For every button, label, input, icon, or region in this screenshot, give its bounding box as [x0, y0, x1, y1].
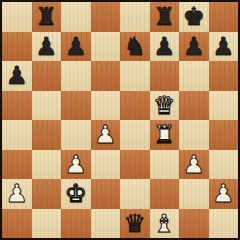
square-a5[interactable] [2, 91, 32, 121]
square-c5[interactable] [61, 91, 91, 121]
square-d3[interactable] [91, 150, 121, 180]
square-g4[interactable] [179, 120, 209, 150]
square-b8[interactable]: ♜ [32, 2, 62, 32]
piece-white-queen-f5[interactable]: ♛ [153, 91, 175, 120]
piece-black-knight-e7[interactable]: ♞ [124, 32, 146, 61]
square-e4[interactable] [120, 120, 150, 150]
square-f4[interactable]: ♜ [150, 120, 180, 150]
square-a6[interactable]: ♟ [2, 61, 32, 91]
piece-black-pawn-a6[interactable]: ♟ [6, 61, 28, 90]
square-c2[interactable]: ♚ [61, 179, 91, 209]
piece-black-pawn-f7[interactable]: ♟ [153, 32, 175, 61]
square-d4[interactable]: ♟ [91, 120, 121, 150]
square-f3[interactable] [150, 150, 180, 180]
square-e5[interactable] [120, 91, 150, 121]
square-g2[interactable] [179, 179, 209, 209]
board-frame: ♜♜♚♟♟♞♟♟♟♟♛♟♜♟♟♟♚♟♛♝ [0, 0, 240, 240]
square-h4[interactable] [209, 120, 239, 150]
square-h5[interactable] [209, 91, 239, 121]
square-d8[interactable] [91, 2, 121, 32]
square-g7[interactable]: ♟ [179, 32, 209, 62]
square-d2[interactable] [91, 179, 121, 209]
square-h1[interactable] [209, 209, 239, 239]
square-e2[interactable] [120, 179, 150, 209]
square-d7[interactable] [91, 32, 121, 62]
piece-black-queen-e1[interactable]: ♛ [124, 209, 146, 238]
square-f8[interactable]: ♜ [150, 2, 180, 32]
piece-white-pawn-g3[interactable]: ♟ [183, 150, 205, 179]
square-a8[interactable] [2, 2, 32, 32]
piece-white-bishop-f1[interactable]: ♝ [153, 209, 175, 238]
square-a2[interactable]: ♟ [2, 179, 32, 209]
piece-black-pawn-g7[interactable]: ♟ [183, 32, 205, 61]
chess-board: ♜♜♚♟♟♞♟♟♟♟♛♟♜♟♟♟♚♟♛♝ [2, 2, 238, 238]
square-c4[interactable] [61, 120, 91, 150]
piece-black-king-g8[interactable]: ♚ [183, 2, 205, 31]
piece-black-pawn-b7[interactable]: ♟ [35, 32, 57, 61]
square-g1[interactable] [179, 209, 209, 239]
square-f1[interactable]: ♝ [150, 209, 180, 239]
square-e7[interactable]: ♞ [120, 32, 150, 62]
square-g3[interactable]: ♟ [179, 150, 209, 180]
piece-black-rook-f8[interactable]: ♜ [153, 2, 175, 31]
square-h8[interactable] [209, 2, 239, 32]
square-f6[interactable] [150, 61, 180, 91]
square-b6[interactable] [32, 61, 62, 91]
square-f5[interactable]: ♛ [150, 91, 180, 121]
square-e1[interactable]: ♛ [120, 209, 150, 239]
piece-white-pawn-d4[interactable]: ♟ [94, 120, 116, 149]
square-g6[interactable] [179, 61, 209, 91]
square-d6[interactable] [91, 61, 121, 91]
square-c7[interactable]: ♟ [61, 32, 91, 62]
square-h2[interactable]: ♟ [209, 179, 239, 209]
square-e6[interactable] [120, 61, 150, 91]
square-e3[interactable] [120, 150, 150, 180]
square-b2[interactable] [32, 179, 62, 209]
piece-black-pawn-h7[interactable]: ♟ [212, 32, 234, 61]
square-a7[interactable] [2, 32, 32, 62]
square-g5[interactable] [179, 91, 209, 121]
square-f2[interactable] [150, 179, 180, 209]
square-a4[interactable] [2, 120, 32, 150]
square-h6[interactable] [209, 61, 239, 91]
square-b4[interactable] [32, 120, 62, 150]
square-a1[interactable] [2, 209, 32, 239]
piece-white-pawn-h2[interactable]: ♟ [212, 179, 234, 208]
square-c3[interactable]: ♟ [61, 150, 91, 180]
piece-black-pawn-c7[interactable]: ♟ [65, 32, 87, 61]
square-c1[interactable] [61, 209, 91, 239]
square-b3[interactable] [32, 150, 62, 180]
piece-white-pawn-a2[interactable]: ♟ [6, 179, 28, 208]
square-h7[interactable]: ♟ [209, 32, 239, 62]
square-e8[interactable] [120, 2, 150, 32]
piece-white-king-c2[interactable]: ♚ [65, 179, 87, 208]
square-b1[interactable] [32, 209, 62, 239]
square-a3[interactable] [2, 150, 32, 180]
piece-white-pawn-c3[interactable]: ♟ [65, 150, 87, 179]
square-b5[interactable] [32, 91, 62, 121]
piece-black-rook-b8[interactable]: ♜ [35, 2, 57, 31]
piece-white-rook-f4[interactable]: ♜ [153, 120, 175, 149]
square-f7[interactable]: ♟ [150, 32, 180, 62]
square-d1[interactable] [91, 209, 121, 239]
square-b7[interactable]: ♟ [32, 32, 62, 62]
square-c6[interactable] [61, 61, 91, 91]
square-g8[interactable]: ♚ [179, 2, 209, 32]
square-d5[interactable] [91, 91, 121, 121]
square-c8[interactable] [61, 2, 91, 32]
square-h3[interactable] [209, 150, 239, 180]
